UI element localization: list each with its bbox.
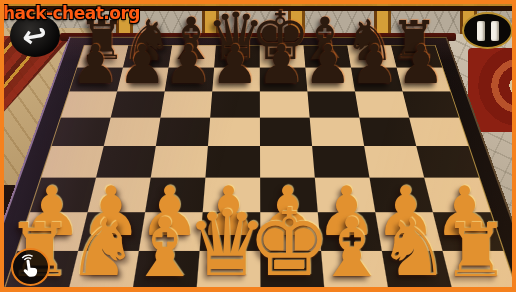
piece-black-pawn-h7[interactable]: ♟: [389, 38, 453, 92]
pause-button[interactable]: [462, 12, 513, 49]
piece-white-rook-h1[interactable]: ♜: [432, 214, 516, 288]
game-screen: ♜♞♝♛♚♝♞♜♟♟♟♟♟♟♟♟♟♟♟♟♟♟♟♟♜♞♝♛♚♝♞♜ ↩ hack-…: [0, 0, 516, 292]
square-d5[interactable]: [208, 118, 260, 147]
hand-tap-icon: [16, 252, 45, 281]
square-e5[interactable]: [260, 118, 312, 147]
square-f5[interactable]: [310, 118, 365, 147]
pause-icon: [477, 21, 485, 41]
square-c5[interactable]: [156, 118, 210, 147]
square-b5[interactable]: [104, 118, 161, 147]
square-h5[interactable]: [409, 118, 468, 147]
watermark: hack-cheat.org: [3, 3, 140, 23]
tap-hint-button[interactable]: [11, 248, 50, 286]
square-a5[interactable]: [52, 118, 111, 147]
square-g5[interactable]: [359, 118, 416, 147]
pause-icon: [491, 21, 499, 41]
